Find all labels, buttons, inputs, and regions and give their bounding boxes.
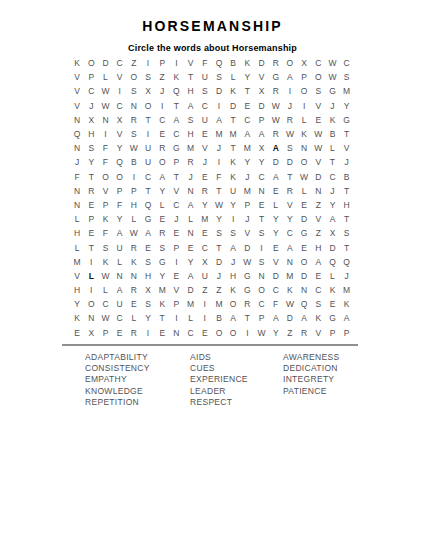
- grid-cell: K: [98, 255, 112, 269]
- grid-cell: S: [98, 240, 112, 254]
- grid-cell: D: [226, 99, 240, 113]
- grid-cell: V: [70, 99, 84, 113]
- grid-cell: G: [240, 283, 254, 297]
- grid-cell: P: [169, 297, 183, 311]
- grid-cell: E: [240, 99, 254, 113]
- grid-cell: H: [311, 240, 325, 254]
- grid-cell: W: [311, 141, 325, 155]
- grid-cell: A: [184, 99, 198, 113]
- grid-cell: N: [184, 184, 198, 198]
- word-list-column: ADAPTABILITYCONSISTENCYEMPATHYKNOWLEDGER…: [85, 352, 150, 408]
- grid-cell: Q: [169, 84, 183, 98]
- grid-cell: C: [169, 198, 183, 212]
- grid-cell: W: [98, 269, 112, 283]
- grid-cell: R: [198, 184, 212, 198]
- grid-cell: M: [198, 212, 212, 226]
- grid-cell: A: [155, 170, 169, 184]
- grid-cell: W: [283, 297, 297, 311]
- grid-cell: K: [155, 297, 169, 311]
- grid-cell: U: [113, 297, 127, 311]
- grid-cell: I: [141, 326, 155, 340]
- grid-cell: C: [283, 226, 297, 240]
- grid-cell: O: [226, 297, 240, 311]
- grid-cell: N: [127, 269, 141, 283]
- grid-cell: X: [325, 226, 339, 240]
- page-title: HORSEMANSHIP: [0, 18, 425, 34]
- grid-cell: X: [297, 56, 311, 70]
- grid-cell: Z: [311, 226, 325, 240]
- word-search-grid: KODCZIPIVFQBKDROXCWCVPLVOSZKTUSLYVGAPOWS…: [70, 56, 354, 340]
- grid-cell: V: [70, 269, 84, 283]
- grid-cell: Y: [325, 198, 339, 212]
- grid-cell: C: [325, 170, 339, 184]
- grid-cell: I: [226, 212, 240, 226]
- grid-cell: O: [297, 255, 311, 269]
- grid-cell: V: [70, 84, 84, 98]
- grid-cell: J: [340, 269, 354, 283]
- grid-cell: Q: [325, 255, 339, 269]
- grid-cell: H: [226, 269, 240, 283]
- grid-cell: E: [325, 297, 339, 311]
- grid-cell: P: [84, 70, 98, 84]
- grid-cell: T: [325, 155, 339, 169]
- grid-cell: O: [212, 326, 226, 340]
- grid-cell: E: [184, 240, 198, 254]
- grid-cell: C: [311, 283, 325, 297]
- grid-cell: L: [184, 212, 198, 226]
- grid-cell: L: [70, 212, 84, 226]
- grid-cell: O: [84, 56, 98, 70]
- grid-cell: H: [184, 127, 198, 141]
- grid-cell: K: [311, 311, 325, 325]
- word-list-item: CONSISTENCY: [85, 363, 150, 374]
- grid-cell: W: [269, 113, 283, 127]
- grid-cell: N: [113, 269, 127, 283]
- grid-cell: I: [254, 240, 268, 254]
- grid-cell: R: [127, 326, 141, 340]
- grid-cell: E: [311, 269, 325, 283]
- grid-cell: R: [127, 113, 141, 127]
- grid-cell: V: [311, 326, 325, 340]
- grid-cell: N: [70, 198, 84, 212]
- grid-cell: E: [155, 127, 169, 141]
- grid-cell: A: [240, 127, 254, 141]
- grid-cell: C: [113, 56, 127, 70]
- grid-cell: Y: [113, 141, 127, 155]
- grid-cell: L: [127, 311, 141, 325]
- grid-cell: A: [340, 311, 354, 325]
- grid-cell: Y: [155, 184, 169, 198]
- grid-cell: D: [283, 311, 297, 325]
- grid-cell: K: [297, 127, 311, 141]
- grid-cell: I: [98, 127, 112, 141]
- grid-cell: V: [113, 70, 127, 84]
- grid-cell: Y: [141, 311, 155, 325]
- grid-cell: P: [98, 198, 112, 212]
- grid-cell: E: [155, 326, 169, 340]
- grid-cell: W: [212, 198, 226, 212]
- grid-cell: E: [198, 326, 212, 340]
- grid-cell: R: [184, 155, 198, 169]
- grid-cell: H: [70, 283, 84, 297]
- grid-cell: U: [113, 240, 127, 254]
- grid-cell: Y: [212, 212, 226, 226]
- grid-cell: J: [325, 99, 339, 113]
- grid-cell: A: [226, 240, 240, 254]
- grid-cell: M: [155, 283, 169, 297]
- grid-cell: Y: [283, 212, 297, 226]
- grid-cell: Z: [127, 56, 141, 70]
- grid-cell: K: [226, 283, 240, 297]
- grid-cell: D: [297, 212, 311, 226]
- grid-cell: E: [269, 240, 283, 254]
- grid-cell: V: [98, 184, 112, 198]
- grid-cell: R: [127, 283, 141, 297]
- grid-cell: E: [155, 212, 169, 226]
- grid-cell: P: [297, 70, 311, 84]
- grid-cell: H: [127, 198, 141, 212]
- grid-cell: U: [198, 269, 212, 283]
- grid-cell: N: [70, 141, 84, 155]
- grid-cell: Z: [155, 70, 169, 84]
- grid-cell: T: [155, 311, 169, 325]
- grid-cell: V: [311, 155, 325, 169]
- word-list-item: DEDICATION: [283, 363, 339, 374]
- grid-cell: D: [283, 155, 297, 169]
- grid-cell: N: [98, 113, 112, 127]
- grid-cell: U: [141, 155, 155, 169]
- grid-cell: E: [269, 184, 283, 198]
- grid-cell: P: [254, 311, 268, 325]
- word-list-item: CUES: [190, 363, 248, 374]
- grid-cell: I: [212, 155, 226, 169]
- grid-cell: I: [283, 84, 297, 98]
- grid-cell: T: [212, 240, 226, 254]
- grid-cell: S: [283, 141, 297, 155]
- grid-cell: I: [212, 99, 226, 113]
- grid-cell: L: [184, 311, 198, 325]
- grid-cell: R: [155, 226, 169, 240]
- grid-cell: P: [325, 326, 339, 340]
- grid-cell: K: [226, 170, 240, 184]
- grid-cell: N: [84, 311, 98, 325]
- grid-cell: J: [240, 212, 254, 226]
- grid-cell: P: [240, 198, 254, 212]
- grid-cell: E: [169, 269, 183, 283]
- grid-cell: A: [269, 170, 283, 184]
- grid-cell: S: [311, 84, 325, 98]
- grid-cell: K: [226, 155, 240, 169]
- grid-cell: D: [212, 255, 226, 269]
- grid-cell: V: [311, 212, 325, 226]
- grid-cell: F: [98, 141, 112, 155]
- grid-cell: J: [70, 155, 84, 169]
- grid-cell: I: [240, 326, 254, 340]
- grid-cell: J: [226, 255, 240, 269]
- grid-cell: N: [184, 226, 198, 240]
- grid-cell: Y: [269, 226, 283, 240]
- grid-cell: I: [297, 99, 311, 113]
- grid-cell: S: [226, 226, 240, 240]
- grid-cell: W: [127, 226, 141, 240]
- grid-cell: V: [113, 127, 127, 141]
- grid-cell: S: [84, 141, 98, 155]
- grid-cell: K: [240, 56, 254, 70]
- grid-cell: C: [198, 99, 212, 113]
- grid-cell: C: [340, 56, 354, 70]
- grid-cell: Y: [184, 255, 198, 269]
- grid-cell: D: [212, 84, 226, 98]
- grid-cell: G: [141, 212, 155, 226]
- divider-line: [62, 344, 358, 346]
- word-list-item: ADAPTABILITY: [85, 352, 150, 363]
- grid-cell: K: [127, 255, 141, 269]
- grid-cell: L: [113, 255, 127, 269]
- grid-cell: M: [240, 141, 254, 155]
- grid-cell: R: [269, 127, 283, 141]
- grid-cell: C: [169, 127, 183, 141]
- grid-cell: S: [127, 127, 141, 141]
- grid-cell: C: [254, 297, 268, 311]
- grid-cell: X: [141, 84, 155, 98]
- grid-cell: I: [113, 84, 127, 98]
- grid-cell: F: [98, 226, 112, 240]
- grid-cell: H: [70, 226, 84, 240]
- grid-cell: J: [212, 141, 226, 155]
- grid-cell: Y: [240, 70, 254, 84]
- grid-cell: C: [184, 326, 198, 340]
- grid-cell: E: [297, 198, 311, 212]
- grid-cell: K: [283, 283, 297, 297]
- grid-cell: Q: [340, 255, 354, 269]
- grid-cell: V: [340, 141, 354, 155]
- grid-cell: N: [311, 184, 325, 198]
- grid-cell: Q: [297, 297, 311, 311]
- grid-cell: J: [240, 170, 254, 184]
- grid-cell: G: [169, 141, 183, 155]
- grid-cell: W: [325, 56, 339, 70]
- grid-cell: E: [84, 226, 98, 240]
- grid-cell: L: [98, 70, 112, 84]
- grid-cell: T: [240, 311, 254, 325]
- grid-cell: A: [113, 226, 127, 240]
- grid-cell: S: [155, 240, 169, 254]
- word-list: ADAPTABILITYCONSISTENCYEMPATHYKNOWLEDGER…: [0, 352, 425, 412]
- grid-cell: T: [141, 113, 155, 127]
- grid-cell: B: [226, 56, 240, 70]
- grid-cell: T: [340, 212, 354, 226]
- grid-cell: Y: [198, 198, 212, 212]
- grid-cell: I: [127, 170, 141, 184]
- grid-cell: Z: [212, 283, 226, 297]
- grid-cell: J: [212, 269, 226, 283]
- grid-cell: M: [212, 127, 226, 141]
- grid-cell: V: [254, 70, 268, 84]
- grid-cell: O: [155, 155, 169, 169]
- grid-cell: V: [311, 99, 325, 113]
- word-list-item: AWARENESS: [283, 352, 339, 363]
- grid-cell: I: [169, 311, 183, 325]
- grid-cell: V: [269, 255, 283, 269]
- grid-cell: A: [283, 70, 297, 84]
- grid-cell: A: [212, 113, 226, 127]
- grid-cell: R: [297, 326, 311, 340]
- grid-cell: J: [169, 212, 183, 226]
- grid-cell: M: [184, 141, 198, 155]
- grid-cell: A: [311, 255, 325, 269]
- grid-cell: D: [184, 283, 198, 297]
- grid-cell: Y: [84, 155, 98, 169]
- grid-cell: N: [297, 141, 311, 155]
- word-list-item: LEADER: [190, 386, 248, 397]
- grid-cell: E: [297, 240, 311, 254]
- grid-cell: A: [269, 141, 283, 155]
- grid-cell: F: [198, 56, 212, 70]
- grid-cell: E: [198, 226, 212, 240]
- grid-cell: A: [113, 283, 127, 297]
- grid-cell: L: [325, 269, 339, 283]
- grid-cell: Y: [113, 212, 127, 226]
- grid-cell: P: [340, 326, 354, 340]
- grid-cell: E: [84, 198, 98, 212]
- grid-cell: X: [254, 84, 268, 98]
- grid-cell: E: [311, 113, 325, 127]
- grid-cell: T: [169, 170, 183, 184]
- grid-cell: L: [226, 70, 240, 84]
- grid-cell: O: [297, 155, 311, 169]
- grid-cell: O: [226, 326, 240, 340]
- grid-cell: T: [184, 70, 198, 84]
- grid-cell: U: [198, 113, 212, 127]
- grid-cell: S: [141, 255, 155, 269]
- grid-cell: W: [98, 311, 112, 325]
- grid-cell: I: [141, 127, 155, 141]
- grid-cell: T: [141, 184, 155, 198]
- grid-cell: P: [169, 240, 183, 254]
- grid-cell: S: [212, 70, 226, 84]
- grid-cell: U: [198, 70, 212, 84]
- grid-cell: A: [141, 226, 155, 240]
- grid-cell: N: [283, 255, 297, 269]
- grid-cell: O: [297, 84, 311, 98]
- grid-cell: Q: [212, 56, 226, 70]
- grid-cell: M: [226, 127, 240, 141]
- grid-cell: J: [325, 184, 339, 198]
- grid-cell: C: [254, 170, 268, 184]
- grid-cell: T: [84, 170, 98, 184]
- grid-cell: N: [254, 269, 268, 283]
- word-list-item: EXPERIENCE: [190, 374, 248, 385]
- grid-cell: I: [141, 56, 155, 70]
- grid-cell: D: [325, 240, 339, 254]
- grid-cell: D: [254, 56, 268, 70]
- grid-cell: T: [254, 212, 268, 226]
- grid-cell: U: [226, 184, 240, 198]
- grid-cell: S: [254, 226, 268, 240]
- grid-cell: J: [155, 84, 169, 98]
- grid-cell: T: [240, 84, 254, 98]
- grid-cell: Y: [226, 198, 240, 212]
- grid-cell: J: [283, 99, 297, 113]
- grid-cell: O: [254, 283, 268, 297]
- grid-cell: H: [84, 127, 98, 141]
- grid-cell: I: [198, 311, 212, 325]
- grid-cell: U: [141, 141, 155, 155]
- grid-cell: A: [283, 240, 297, 254]
- word-list-item: EMPATHY: [85, 374, 150, 385]
- grid-cell: Y: [70, 297, 84, 311]
- grid-cell: I: [84, 255, 98, 269]
- grid-cell: M: [283, 269, 297, 283]
- grid-cell: F: [70, 170, 84, 184]
- grid-cell: G: [155, 255, 169, 269]
- grid-cell: V: [169, 283, 183, 297]
- word-list-item: RESPECT: [190, 397, 248, 408]
- grid-cell: I: [198, 297, 212, 311]
- grid-cell: W: [269, 99, 283, 113]
- grid-cell: A: [184, 269, 198, 283]
- grid-cell: R: [283, 184, 297, 198]
- grid-cell: L: [269, 198, 283, 212]
- grid-cell: P: [254, 113, 268, 127]
- grid-cell: O: [113, 170, 127, 184]
- grid-cell: T: [340, 184, 354, 198]
- grid-cell: V: [70, 70, 84, 84]
- word-search-page: HORSEMANSHIP Circle the words about Hors…: [0, 0, 425, 550]
- grid-cell: S: [311, 297, 325, 311]
- grid-cell: A: [226, 311, 240, 325]
- grid-cell: H: [340, 198, 354, 212]
- grid-cell: A: [169, 113, 183, 127]
- grid-cell: F: [269, 297, 283, 311]
- grid-cell: W: [297, 170, 311, 184]
- grid-cell: M: [70, 255, 84, 269]
- grid-cell: K: [70, 311, 84, 325]
- grid-cell: Y: [240, 155, 254, 169]
- grid-cell: T: [340, 240, 354, 254]
- grid-cell: G: [240, 269, 254, 283]
- grid-cell: P: [155, 56, 169, 70]
- grid-cell: C: [98, 297, 112, 311]
- grid-cell: S: [141, 70, 155, 84]
- grid-cell: K: [325, 113, 339, 127]
- grid-cell: K: [226, 84, 240, 98]
- grid-cell: S: [127, 84, 141, 98]
- grid-cell: E: [198, 170, 212, 184]
- grid-cell: K: [325, 283, 339, 297]
- grid-cell: P: [84, 212, 98, 226]
- grid-cell: X: [84, 113, 98, 127]
- grid-cell: C: [141, 170, 155, 184]
- word-list-column: AIDSCUESEXPERIENCELEADERRESPECT: [190, 352, 248, 408]
- grid-cell: J: [198, 155, 212, 169]
- grid-cell: C: [113, 99, 127, 113]
- grid-cell: X: [198, 255, 212, 269]
- grid-cell: W: [98, 84, 112, 98]
- grid-cell: N: [169, 326, 183, 340]
- grid-cell: W: [98, 99, 112, 113]
- grid-cell: T: [340, 127, 354, 141]
- grid-cell: Y: [155, 269, 169, 283]
- grid-cell: F: [113, 198, 127, 212]
- grid-cell: V: [283, 198, 297, 212]
- grid-cell: D: [269, 269, 283, 283]
- grid-cell: K: [169, 70, 183, 84]
- grid-cell: N: [297, 283, 311, 297]
- grid-cell: D: [240, 240, 254, 254]
- grid-cell: Y: [254, 155, 268, 169]
- word-list-item: PATIENCE: [283, 386, 339, 397]
